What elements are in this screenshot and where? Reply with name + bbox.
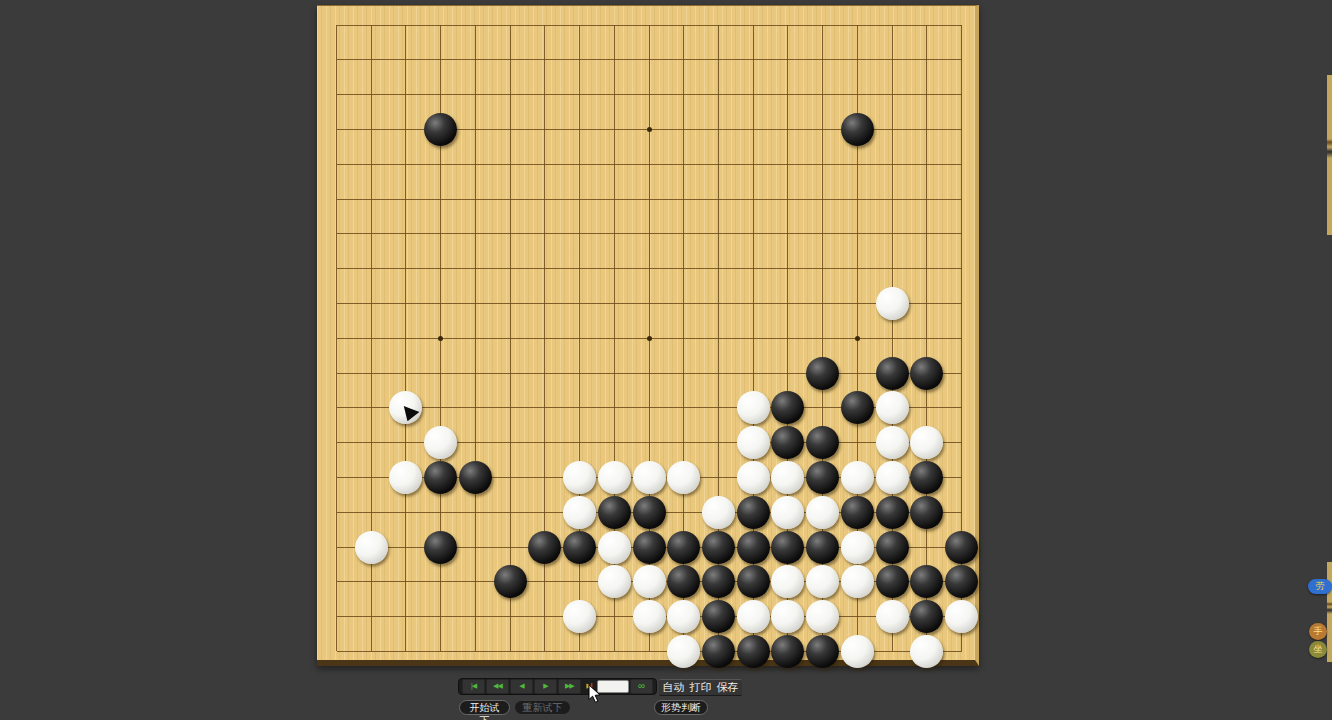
skip-to-start-button[interactable]: |◀ [462,679,485,694]
stone-white [389,391,422,424]
stone-black [528,531,561,564]
stone-black [633,531,666,564]
position-judgment-button[interactable]: 形势判断 [654,700,708,715]
playback-toolbar: |◀◀◀◀▶▶▶▶|∞ [458,678,657,695]
stone-black [876,565,909,598]
stone-black [806,531,839,564]
step-back-button[interactable]: ◀ [510,679,533,694]
stone-black [737,635,770,668]
stone-white [841,461,874,494]
move-number-input[interactable] [597,680,629,693]
stone-black [494,565,527,598]
stone-black [876,496,909,529]
stone-black [459,461,492,494]
stone-black [806,461,839,494]
stone-white [910,426,943,459]
stone-black [771,391,804,424]
stone-white [598,531,631,564]
stone-black [910,496,943,529]
stone-black [702,600,735,633]
stone-white [667,461,700,494]
stone-white [806,565,839,598]
stone-black [424,531,457,564]
stone-white [876,461,909,494]
stone-white [563,600,596,633]
board-gridline-v [926,25,927,651]
star-point [647,336,652,341]
restart-trial-button[interactable]: 重新试下 [514,700,571,715]
stone-black [841,391,874,424]
stone-white [563,461,596,494]
star-point [855,336,860,341]
stone-black [424,113,457,146]
stone-black [945,565,978,598]
stone-white [424,426,457,459]
stone-black [806,357,839,390]
board-gridline-h [337,373,962,374]
stone-black [702,565,735,598]
stone-black [598,496,631,529]
star-point [647,127,652,132]
fast-rewind-button[interactable]: ◀◀ [486,679,509,694]
stone-white [633,461,666,494]
stone-black [702,531,735,564]
save-button[interactable]: 保存 [713,679,742,696]
star-point [438,336,443,341]
stone-white [771,496,804,529]
stone-white [876,600,909,633]
stone-black [771,426,804,459]
stone-white [737,426,770,459]
stone-black [910,600,943,633]
edge-badge-3[interactable]: 坐 [1309,641,1327,658]
stone-white [633,565,666,598]
stone-white [355,531,388,564]
stone-black [771,531,804,564]
stone-white [771,461,804,494]
stone-white [876,426,909,459]
go-board[interactable] [317,5,979,666]
stone-white [876,391,909,424]
stone-white [389,461,422,494]
app-window: |◀◀◀◀▶▶▶▶|∞ 自动 打印 保存 开始试下 重新试下 形势判断 劳 手 … [0,0,1332,720]
edge-badge-1-label: 劳 [1316,580,1325,593]
stone-black [424,461,457,494]
stone-white [910,635,943,668]
stone-black [910,461,943,494]
stone-white [702,496,735,529]
stone-white [598,565,631,598]
stone-black [737,531,770,564]
print-button[interactable]: 打印 [686,679,715,696]
skip-to-end-button[interactable]: ▶| [582,680,596,693]
stone-white [876,287,909,320]
stone-white [806,600,839,633]
auto-play-button[interactable]: 自动 [659,679,688,696]
stone-black [841,113,874,146]
stone-black [771,635,804,668]
stone-white [737,391,770,424]
stone-white [667,600,700,633]
stone-black [633,496,666,529]
stone-black [876,531,909,564]
stone-white [737,461,770,494]
stone-black [667,531,700,564]
stone-black [563,531,596,564]
stone-black [806,635,839,668]
edge-badge-2-label: 手 [1314,625,1323,638]
step-forward-button[interactable]: ▶ [534,679,557,694]
clipped-window-sliver-bottom [1327,562,1332,662]
fast-forward-button[interactable]: ▶▶ [558,679,581,694]
stone-white [841,635,874,668]
edge-badge-2[interactable]: 手 [1309,623,1327,640]
stone-white [737,600,770,633]
stone-black [945,531,978,564]
stone-black [702,635,735,668]
stone-white [563,496,596,529]
stone-black [806,426,839,459]
stone-black [667,565,700,598]
loop-button[interactable]: ∞ [630,679,653,694]
stone-white [806,496,839,529]
stone-black [910,565,943,598]
stone-white [598,461,631,494]
stone-white [841,531,874,564]
stone-white [771,565,804,598]
stone-black [737,565,770,598]
stone-white [633,600,666,633]
edge-badge-1[interactable]: 劳 [1308,579,1332,594]
stone-black [910,357,943,390]
stone-black [737,496,770,529]
start-trial-button[interactable]: 开始试下 [459,700,510,715]
clipped-window-sliver-top [1327,75,1332,235]
stone-white [945,600,978,633]
stone-black [841,496,874,529]
stone-white [667,635,700,668]
stone-black [876,357,909,390]
stone-white [771,600,804,633]
edge-badge-3-label: 坐 [1314,643,1323,656]
stone-white [841,565,874,598]
last-move-triangle-marker [402,405,419,421]
